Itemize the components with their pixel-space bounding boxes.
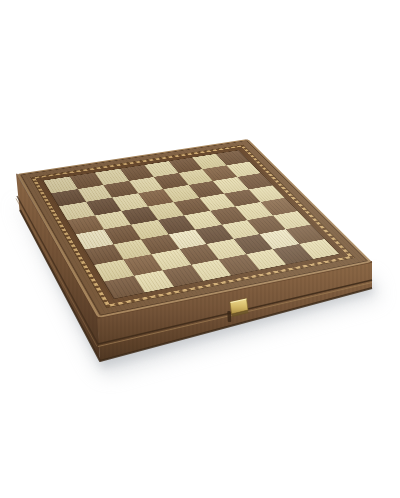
product-photo-scene <box>0 0 400 498</box>
latch-keeper-notch <box>227 311 231 322</box>
